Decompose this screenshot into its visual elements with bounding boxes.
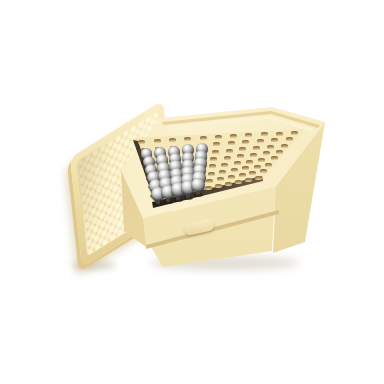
tray-hole bbox=[184, 137, 191, 141]
tray-hole bbox=[245, 178, 252, 182]
tray-hole bbox=[235, 180, 242, 184]
tray-hole bbox=[215, 135, 222, 139]
tray-hole bbox=[271, 138, 278, 142]
tray-hole bbox=[253, 146, 260, 150]
tray-hole bbox=[260, 169, 267, 173]
tray-hole bbox=[223, 155, 230, 159]
tray-hole bbox=[219, 170, 226, 174]
tray-hole bbox=[206, 179, 213, 183]
tray-hole bbox=[242, 140, 249, 144]
tray-hole bbox=[263, 151, 270, 155]
tray-hole bbox=[239, 173, 246, 177]
tray-hole bbox=[226, 148, 233, 152]
tray-hole bbox=[138, 139, 145, 143]
tray-hole bbox=[221, 163, 228, 167]
tray-hole bbox=[205, 186, 212, 190]
tray-hole bbox=[246, 159, 253, 163]
tray-hole bbox=[212, 150, 219, 154]
tray-hole bbox=[225, 182, 232, 186]
tray-hole bbox=[270, 156, 277, 160]
tray-hole bbox=[255, 176, 262, 180]
tray-hole bbox=[281, 143, 288, 147]
tray-hole bbox=[265, 163, 272, 167]
tray-hole bbox=[207, 171, 214, 175]
tray-hole bbox=[154, 139, 161, 143]
tray-hole bbox=[228, 175, 235, 179]
tray-hole bbox=[239, 147, 246, 151]
tray-hole bbox=[276, 150, 283, 154]
tray-hole bbox=[245, 133, 252, 137]
tray-hole bbox=[228, 141, 235, 145]
tray-hole bbox=[209, 164, 216, 168]
tray-hole bbox=[286, 137, 293, 141]
tray-hole bbox=[230, 134, 237, 138]
tray-hole bbox=[258, 158, 265, 162]
tray-hole bbox=[169, 138, 176, 142]
steel-ball bbox=[191, 178, 205, 192]
tray-hole bbox=[291, 130, 298, 134]
tray-hole bbox=[236, 154, 243, 158]
product-photo: Product photo on white background: cream… bbox=[0, 0, 384, 384]
tray-hole bbox=[257, 139, 264, 143]
tray-hole bbox=[213, 142, 220, 146]
tray-hole bbox=[267, 145, 274, 149]
tray-hole bbox=[254, 164, 261, 168]
tray-hole bbox=[260, 132, 267, 136]
tray-hole bbox=[242, 166, 249, 170]
tray-hole bbox=[249, 171, 256, 175]
tray-hole bbox=[249, 153, 256, 157]
tray-grid bbox=[0, 0, 384, 384]
tray-hole bbox=[215, 184, 222, 188]
tray-hole bbox=[210, 157, 217, 161]
tray-hole bbox=[199, 136, 206, 140]
tray-hole bbox=[231, 168, 238, 172]
tray-hole bbox=[276, 131, 283, 135]
tray-hole bbox=[217, 177, 224, 181]
tray-hole bbox=[234, 161, 241, 165]
